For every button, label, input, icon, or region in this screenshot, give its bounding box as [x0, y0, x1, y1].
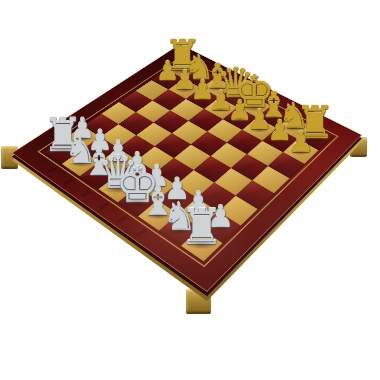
- playing-field: [44, 60, 332, 262]
- chess-board: [0, 0, 380, 380]
- board-face: [12, 44, 362, 292]
- chess-set-photo: ♜♞♝♛♚♝♞♜♟♟♟♟♟♟♟♟♟♟♟♟♟♟♟♟♜♞♝♛♚♝♞♜: [0, 0, 380, 380]
